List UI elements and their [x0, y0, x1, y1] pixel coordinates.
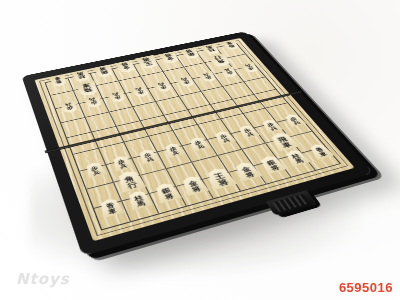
piece-kanji: 将 [218, 178, 231, 186]
product-photo-stage: 香車桂馬銀将金将玉将金将銀将桂馬香車飛車角行歩兵歩兵歩兵歩兵歩兵歩兵歩兵歩兵歩兵… [0, 0, 400, 300]
board-square[interactable]: 歩兵 [158, 146, 193, 169]
piece-kanji: 行 [127, 181, 139, 189]
piece-kanji: 兵 [92, 170, 101, 176]
product-code: 6595016 [339, 280, 393, 295]
watermark-text: Ntoys [16, 270, 70, 288]
piece-kanji: 兵 [245, 132, 254, 137]
board-square[interactable]: 香車 [302, 147, 340, 170]
piece-kanji: 車 [108, 208, 118, 215]
piece-kanji: 将 [269, 165, 280, 172]
piece-kanji: 将 [191, 186, 202, 193]
piece-kanji: 車 [280, 141, 292, 148]
piece-kanji: 兵 [221, 138, 230, 143]
piece-kanji: 兵 [171, 150, 180, 155]
piece-kanji: 兵 [119, 163, 128, 169]
piece-kanji: 将 [244, 171, 255, 178]
piece-kanji: 兵 [146, 156, 155, 162]
piece-kanji: 車 [319, 151, 329, 157]
piece-kanji: 馬 [294, 158, 304, 164]
piece-kanji: 馬 [136, 200, 146, 207]
piece-kanji: 将 [164, 193, 175, 200]
piece-kanji: 兵 [292, 120, 301, 125]
piece-kanji: 兵 [269, 126, 278, 131]
piece-kanji: 兵 [197, 144, 206, 149]
